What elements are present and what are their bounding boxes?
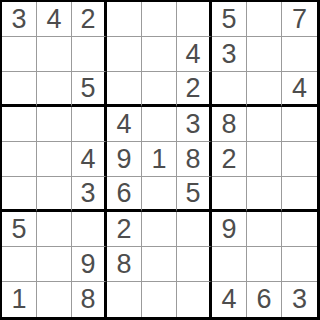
sudoku-cell-r6c9[interactable]	[282, 177, 317, 212]
sudoku-cell-r2c9[interactable]	[282, 37, 317, 72]
sudoku-cell-r5c3[interactable]: 4	[72, 142, 107, 177]
sudoku-cell-r1c5[interactable]	[142, 2, 177, 37]
sudoku-cell-r3c9[interactable]: 4	[282, 72, 317, 107]
sudoku-cell-r1c4[interactable]	[107, 2, 142, 37]
sudoku-cell-r3c6[interactable]: 2	[177, 72, 212, 107]
sudoku-cell-r9c1[interactable]: 1	[2, 282, 37, 317]
sudoku-cell-r7c7[interactable]: 9	[212, 212, 247, 247]
sudoku-cell-r8c4[interactable]: 8	[107, 247, 142, 282]
sudoku-cell-r6c3[interactable]: 3	[72, 177, 107, 212]
sudoku-cell-r5c4[interactable]: 9	[107, 142, 142, 177]
sudoku-cell-r4c3[interactable]	[72, 107, 107, 142]
sudoku-cell-r1c7[interactable]: 5	[212, 2, 247, 37]
sudoku-cell-r9c6[interactable]	[177, 282, 212, 317]
sudoku-cell-r3c7[interactable]	[212, 72, 247, 107]
sudoku-cell-r1c3[interactable]: 2	[72, 2, 107, 37]
sudoku-cell-r8c5[interactable]	[142, 247, 177, 282]
sudoku-cell-r5c6[interactable]: 8	[177, 142, 212, 177]
sudoku-cell-r9c7[interactable]: 4	[212, 282, 247, 317]
sudoku-cell-r8c7[interactable]	[212, 247, 247, 282]
sudoku-cell-r9c8[interactable]: 6	[247, 282, 282, 317]
sudoku-cell-r1c6[interactable]	[177, 2, 212, 37]
sudoku-cell-r7c9[interactable]	[282, 212, 317, 247]
sudoku-cell-r2c6[interactable]: 4	[177, 37, 212, 72]
sudoku-cell-r9c2[interactable]	[37, 282, 72, 317]
sudoku-cell-r9c5[interactable]	[142, 282, 177, 317]
sudoku-cell-r8c1[interactable]	[2, 247, 37, 282]
sudoku-cell-r4c5[interactable]	[142, 107, 177, 142]
sudoku-cell-r3c3[interactable]: 5	[72, 72, 107, 107]
sudoku-cell-r4c7[interactable]: 8	[212, 107, 247, 142]
sudoku-cell-r5c2[interactable]	[37, 142, 72, 177]
sudoku-cell-r2c2[interactable]	[37, 37, 72, 72]
sudoku-cell-r6c2[interactable]	[37, 177, 72, 212]
sudoku-cell-r1c8[interactable]	[247, 2, 282, 37]
sudoku-cell-r2c5[interactable]	[142, 37, 177, 72]
sudoku-cell-r2c7[interactable]: 3	[212, 37, 247, 72]
sudoku-cell-r1c1[interactable]: 3	[2, 2, 37, 37]
sudoku-cell-r8c3[interactable]: 9	[72, 247, 107, 282]
sudoku-cell-r5c8[interactable]	[247, 142, 282, 177]
sudoku-cell-r3c4[interactable]	[107, 72, 142, 107]
sudoku-cell-r4c8[interactable]	[247, 107, 282, 142]
sudoku-cell-r7c4[interactable]: 2	[107, 212, 142, 247]
sudoku-cell-r8c2[interactable]	[37, 247, 72, 282]
sudoku-cell-r5c1[interactable]	[2, 142, 37, 177]
sudoku-cell-r3c5[interactable]	[142, 72, 177, 107]
sudoku-cell-r4c4[interactable]: 4	[107, 107, 142, 142]
sudoku-cell-r4c9[interactable]	[282, 107, 317, 142]
sudoku-cell-r6c4[interactable]: 6	[107, 177, 142, 212]
sudoku-cell-r3c2[interactable]	[37, 72, 72, 107]
sudoku-cell-r7c8[interactable]	[247, 212, 282, 247]
sudoku-cell-r3c1[interactable]	[2, 72, 37, 107]
sudoku-cell-r1c2[interactable]: 4	[37, 2, 72, 37]
sudoku-cell-r6c8[interactable]	[247, 177, 282, 212]
sudoku-cell-r1c9[interactable]: 7	[282, 2, 317, 37]
sudoku-cell-r7c1[interactable]: 5	[2, 212, 37, 247]
sudoku-cell-r7c2[interactable]	[37, 212, 72, 247]
sudoku-cell-r6c5[interactable]	[142, 177, 177, 212]
sudoku-cell-r2c8[interactable]	[247, 37, 282, 72]
sudoku-cell-r4c1[interactable]	[2, 107, 37, 142]
sudoku-cell-r3c8[interactable]	[247, 72, 282, 107]
sudoku-cell-r9c9[interactable]: 3	[282, 282, 317, 317]
sudoku-cell-r7c6[interactable]	[177, 212, 212, 247]
sudoku-cell-r5c9[interactable]	[282, 142, 317, 177]
sudoku-cell-r2c4[interactable]	[107, 37, 142, 72]
sudoku-cell-r9c3[interactable]: 8	[72, 282, 107, 317]
sudoku-cell-r8c6[interactable]	[177, 247, 212, 282]
sudoku-cell-r6c7[interactable]	[212, 177, 247, 212]
sudoku-cell-r5c7[interactable]: 2	[212, 142, 247, 177]
sudoku-cell-r8c9[interactable]	[282, 247, 317, 282]
sudoku-cell-r9c4[interactable]	[107, 282, 142, 317]
sudoku-cell-r4c2[interactable]	[37, 107, 72, 142]
sudoku-cell-r2c3[interactable]	[72, 37, 107, 72]
sudoku-cell-r6c6[interactable]: 5	[177, 177, 212, 212]
sudoku-cell-r8c8[interactable]	[247, 247, 282, 282]
sudoku-cell-r2c1[interactable]	[2, 37, 37, 72]
sudoku-cell-r4c6[interactable]: 3	[177, 107, 212, 142]
sudoku-cell-r5c5[interactable]: 1	[142, 142, 177, 177]
sudoku-cell-r7c5[interactable]	[142, 212, 177, 247]
sudoku-cell-r7c3[interactable]	[72, 212, 107, 247]
sudoku-board: 3425743524438491823655299818463	[0, 0, 320, 320]
sudoku-cell-r6c1[interactable]	[2, 177, 37, 212]
